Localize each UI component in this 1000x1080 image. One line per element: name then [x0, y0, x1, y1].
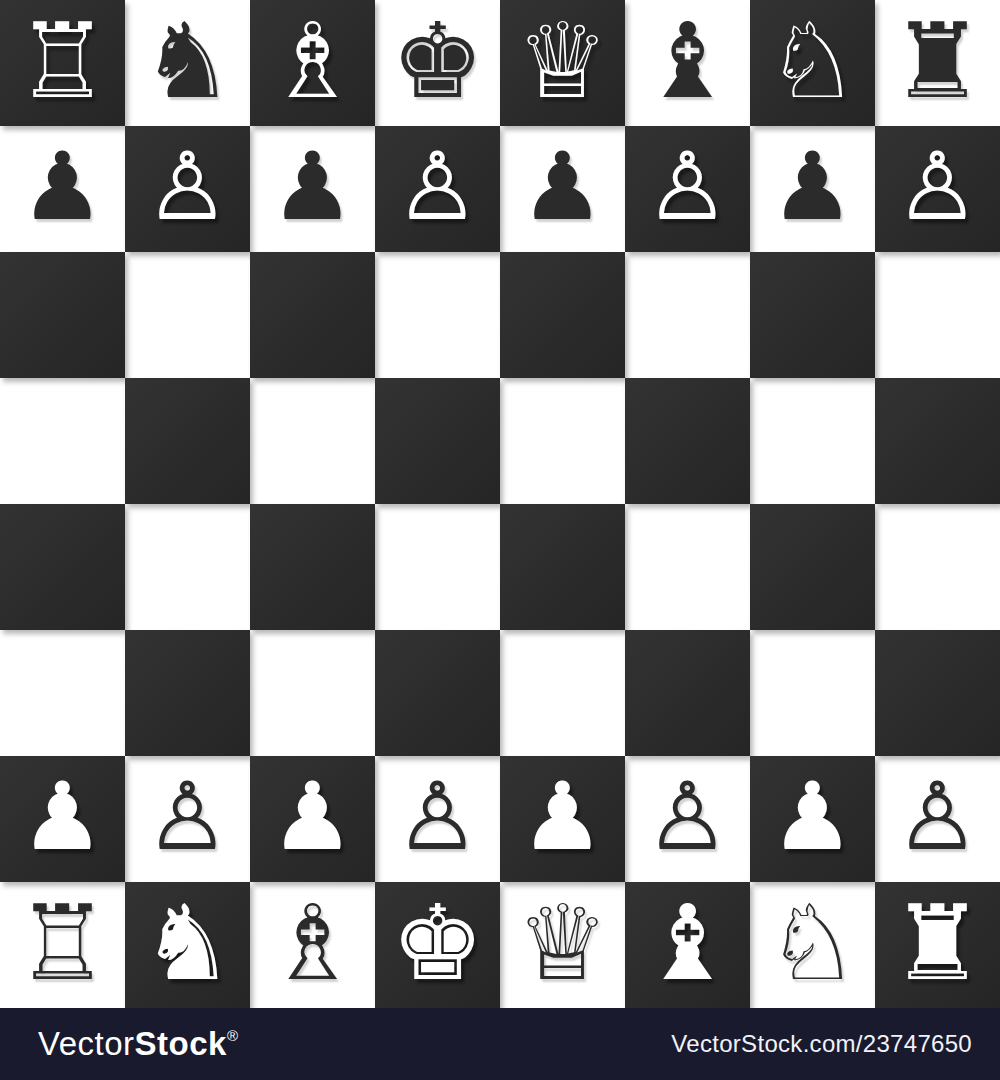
square-c5[interactable] [250, 378, 375, 504]
piece-black-rook[interactable]: ♖ [16, 9, 109, 113]
square-c4[interactable] [250, 504, 375, 630]
piece-white-pawn[interactable]: ♙ [645, 770, 729, 864]
square-a3[interactable] [0, 630, 125, 756]
square-h5[interactable] [875, 378, 1000, 504]
square-d7[interactable]: ♙ [375, 126, 500, 252]
square-c1[interactable]: ♗ [250, 882, 375, 1008]
square-b4[interactable] [125, 504, 250, 630]
square-h8[interactable]: ♜ [875, 0, 1000, 126]
square-g8[interactable]: ♘ [750, 0, 875, 126]
square-e1[interactable]: ♕ [500, 882, 625, 1008]
piece-white-pawn[interactable]: ♙ [395, 770, 479, 864]
piece-black-knight[interactable]: ♞ [141, 9, 234, 113]
piece-white-pawn[interactable]: ♙ [895, 770, 979, 864]
square-d1[interactable]: ♚ [375, 882, 500, 1008]
vectorstock-logo-bold: Stock [135, 1025, 227, 1062]
square-d5[interactable] [375, 378, 500, 504]
square-e3[interactable] [500, 630, 625, 756]
square-g7[interactable]: ♟ [750, 126, 875, 252]
square-b5[interactable] [125, 378, 250, 504]
piece-black-bishop[interactable]: ♝ [641, 9, 734, 113]
square-b8[interactable]: ♞ [125, 0, 250, 126]
piece-white-knight[interactable]: ♘ [766, 891, 859, 995]
piece-black-queen[interactable]: ♕ [516, 9, 609, 113]
square-b1[interactable]: ♞ [125, 882, 250, 1008]
square-f8[interactable]: ♝ [625, 0, 750, 126]
piece-black-pawn[interactable]: ♟ [770, 140, 854, 234]
square-d8[interactable]: ♚ [375, 0, 500, 126]
piece-black-rook[interactable]: ♜ [891, 9, 984, 113]
piece-white-rook[interactable]: ♖ [16, 891, 109, 995]
square-b2[interactable]: ♙ [125, 756, 250, 882]
square-c2[interactable]: ♟ [250, 756, 375, 882]
square-a7[interactable]: ♟ [0, 126, 125, 252]
piece-white-rook[interactable]: ♜ [891, 891, 984, 995]
piece-white-pawn[interactable]: ♟ [770, 770, 854, 864]
square-e8[interactable]: ♕ [500, 0, 625, 126]
piece-black-pawn[interactable]: ♙ [645, 140, 729, 234]
square-g1[interactable]: ♘ [750, 882, 875, 1008]
square-g4[interactable] [750, 504, 875, 630]
piece-white-pawn[interactable]: ♟ [20, 770, 104, 864]
piece-black-bishop[interactable]: ♗ [266, 9, 359, 113]
piece-black-pawn[interactable]: ♙ [395, 140, 479, 234]
square-c8[interactable]: ♗ [250, 0, 375, 126]
square-f2[interactable]: ♙ [625, 756, 750, 882]
piece-white-bishop[interactable]: ♝ [641, 891, 734, 995]
piece-black-knight[interactable]: ♘ [766, 9, 859, 113]
square-d6[interactable] [375, 252, 500, 378]
piece-black-king[interactable]: ♚ [391, 9, 484, 113]
square-e5[interactable] [500, 378, 625, 504]
square-f4[interactable] [625, 504, 750, 630]
piece-black-pawn[interactable]: ♟ [20, 140, 104, 234]
square-e4[interactable] [500, 504, 625, 630]
square-f6[interactable] [625, 252, 750, 378]
piece-black-pawn[interactable]: ♙ [145, 140, 229, 234]
square-g3[interactable] [750, 630, 875, 756]
square-b6[interactable] [125, 252, 250, 378]
vectorstock-logo: VectorStock® [38, 1025, 239, 1063]
square-a1[interactable]: ♖ [0, 882, 125, 1008]
square-c3[interactable] [250, 630, 375, 756]
piece-black-pawn[interactable]: ♙ [895, 140, 979, 234]
square-h1[interactable]: ♜ [875, 882, 1000, 1008]
square-a6[interactable] [0, 252, 125, 378]
square-a8[interactable]: ♖ [0, 0, 125, 126]
square-h3[interactable] [875, 630, 1000, 756]
square-b7[interactable]: ♙ [125, 126, 250, 252]
square-g5[interactable] [750, 378, 875, 504]
square-c7[interactable]: ♟ [250, 126, 375, 252]
square-e2[interactable]: ♟ [500, 756, 625, 882]
piece-black-pawn[interactable]: ♟ [520, 140, 604, 234]
square-e6[interactable] [500, 252, 625, 378]
piece-white-pawn[interactable]: ♟ [270, 770, 354, 864]
square-f5[interactable] [625, 378, 750, 504]
square-h4[interactable] [875, 504, 1000, 630]
chess-board: ♖♞♗♚♕♝♘♜♟♙♟♙♟♙♟♙♟♙♟♙♟♙♟♙♖♞♗♚♕♝♘♜ [0, 0, 1000, 1008]
chess-illustration: ♖♞♗♚♕♝♘♜♟♙♟♙♟♙♟♙♟♙♟♙♟♙♟♙♖♞♗♚♕♝♘♜ VectorS… [0, 0, 1000, 1080]
square-a2[interactable]: ♟ [0, 756, 125, 882]
square-h6[interactable] [875, 252, 1000, 378]
square-h7[interactable]: ♙ [875, 126, 1000, 252]
square-d2[interactable]: ♙ [375, 756, 500, 882]
piece-white-pawn[interactable]: ♟ [520, 770, 604, 864]
square-a5[interactable] [0, 378, 125, 504]
piece-white-king[interactable]: ♚ [391, 891, 484, 995]
watermark-bar: VectorStock® VectorStock.com/23747650 [0, 1008, 1000, 1080]
square-h2[interactable]: ♙ [875, 756, 1000, 882]
square-b3[interactable] [125, 630, 250, 756]
piece-white-queen[interactable]: ♕ [516, 891, 609, 995]
piece-white-pawn[interactable]: ♙ [145, 770, 229, 864]
square-c6[interactable] [250, 252, 375, 378]
piece-white-bishop[interactable]: ♗ [266, 891, 359, 995]
square-f1[interactable]: ♝ [625, 882, 750, 1008]
piece-white-knight[interactable]: ♞ [141, 891, 234, 995]
square-f7[interactable]: ♙ [625, 126, 750, 252]
registered-trademark-symbol: ® [227, 1027, 239, 1044]
square-f3[interactable] [625, 630, 750, 756]
square-d4[interactable] [375, 504, 500, 630]
piece-black-pawn[interactable]: ♟ [270, 140, 354, 234]
square-g6[interactable] [750, 252, 875, 378]
square-d3[interactable] [375, 630, 500, 756]
square-e7[interactable]: ♟ [500, 126, 625, 252]
square-g2[interactable]: ♟ [750, 756, 875, 882]
vectorstock-logo-light: Vector [38, 1025, 135, 1062]
vectorstock-image-url: VectorStock.com/23747650 [671, 1030, 972, 1058]
square-a4[interactable] [0, 504, 125, 630]
